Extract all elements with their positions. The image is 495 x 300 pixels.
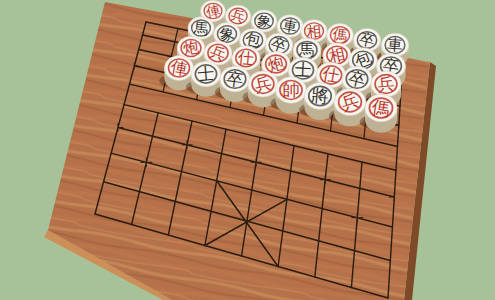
piece-character: 俥 (168, 57, 188, 79)
piece-character: 傌 (330, 25, 348, 45)
piece-character: 傌 (370, 96, 391, 120)
xiangqi-render: 俥兵象車相傌卒車馬象包卒馬相包卒炮兵仕炮士仕卒兵俥士卒兵帥將兵傌 (0, 0, 495, 300)
piece-character: 兵 (377, 73, 396, 94)
piece-character: 馬 (298, 41, 315, 59)
piece-character: 馬 (192, 19, 209, 38)
piece-character: 帥 (282, 80, 299, 100)
piece-character: 象 (257, 13, 271, 29)
piece-character: 士 (294, 60, 311, 80)
piece-character: 卒 (225, 68, 245, 90)
piece-character: 仕 (236, 48, 255, 68)
piece-character: 相 (306, 22, 322, 40)
piece-character: 士 (197, 64, 216, 84)
piece-character: 炮 (182, 38, 200, 58)
piece-character: 將 (310, 85, 329, 106)
xiangqi-scene: 俥兵象車相傌卒車馬象包卒馬相包卒炮兵仕炮士仕卒兵俥士卒兵帥將兵傌 (0, 0, 495, 300)
piece-character: 車 (387, 35, 404, 54)
